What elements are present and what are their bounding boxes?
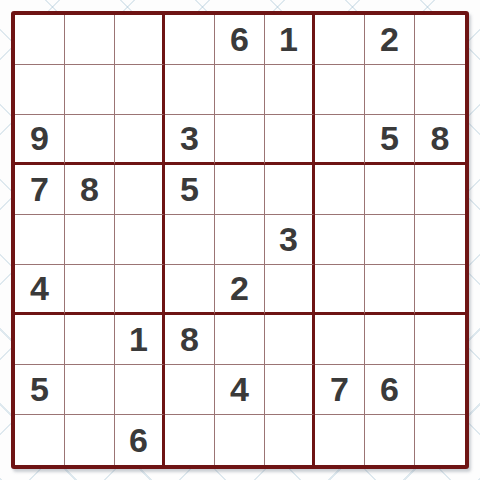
cell-r5c9[interactable] bbox=[415, 215, 465, 265]
cell-r8c8[interactable]: 6 bbox=[365, 365, 415, 415]
cell-r9c2[interactable] bbox=[65, 415, 115, 465]
cell-r6c6[interactable] bbox=[265, 265, 315, 315]
cell-r2c5[interactable] bbox=[215, 65, 265, 115]
cell-r2c9[interactable] bbox=[415, 65, 465, 115]
cell-r3c3[interactable] bbox=[115, 115, 165, 165]
cell-r7c7[interactable] bbox=[315, 315, 365, 365]
cell-r6c4[interactable] bbox=[165, 265, 215, 315]
cell-r8c5[interactable]: 4 bbox=[215, 365, 265, 415]
cell-r4c9[interactable] bbox=[415, 165, 465, 215]
cell-r3c1[interactable]: 9 bbox=[15, 115, 65, 165]
cell-r5c2[interactable] bbox=[65, 215, 115, 265]
cell-r1c2[interactable] bbox=[65, 15, 115, 65]
cell-r6c2[interactable] bbox=[65, 265, 115, 315]
cell-r1c5[interactable]: 6 bbox=[215, 15, 265, 65]
cell-r1c4[interactable] bbox=[165, 15, 215, 65]
cell-r1c1[interactable] bbox=[15, 15, 65, 65]
page: { "game": "sudoku", "position": "0000610… bbox=[0, 0, 480, 480]
cell-r9c6[interactable] bbox=[265, 415, 315, 465]
cell-r8c9[interactable] bbox=[415, 365, 465, 415]
cell-r5c7[interactable] bbox=[315, 215, 365, 265]
cell-r6c1[interactable]: 4 bbox=[15, 265, 65, 315]
cell-r7c9[interactable] bbox=[415, 315, 465, 365]
cell-r6c3[interactable] bbox=[115, 265, 165, 315]
cell-r5c5[interactable] bbox=[215, 215, 265, 265]
cell-r7c8[interactable] bbox=[365, 315, 415, 365]
cell-r1c6[interactable]: 1 bbox=[265, 15, 315, 65]
cell-r2c2[interactable] bbox=[65, 65, 115, 115]
cell-r3c7[interactable] bbox=[315, 115, 365, 165]
cell-r2c7[interactable] bbox=[315, 65, 365, 115]
cell-r2c1[interactable] bbox=[15, 65, 65, 115]
cell-r3c4[interactable]: 3 bbox=[165, 115, 215, 165]
cell-r3c8[interactable]: 5 bbox=[365, 115, 415, 165]
cell-r7c4[interactable]: 8 bbox=[165, 315, 215, 365]
cell-r4c7[interactable] bbox=[315, 165, 365, 215]
cell-r3c5[interactable] bbox=[215, 115, 265, 165]
cell-r9c9[interactable] bbox=[415, 415, 465, 465]
cell-r2c6[interactable] bbox=[265, 65, 315, 115]
cell-r9c7[interactable] bbox=[315, 415, 365, 465]
cell-r5c3[interactable] bbox=[115, 215, 165, 265]
cell-r4c5[interactable] bbox=[215, 165, 265, 215]
cell-r2c3[interactable] bbox=[115, 65, 165, 115]
cell-r1c9[interactable] bbox=[415, 15, 465, 65]
cell-r8c4[interactable] bbox=[165, 365, 215, 415]
cell-r3c6[interactable] bbox=[265, 115, 315, 165]
cell-r7c3[interactable]: 1 bbox=[115, 315, 165, 365]
cell-r9c4[interactable] bbox=[165, 415, 215, 465]
cell-r1c7[interactable] bbox=[315, 15, 365, 65]
cell-r8c1[interactable]: 5 bbox=[15, 365, 65, 415]
cell-r4c6[interactable] bbox=[265, 165, 315, 215]
cell-r4c2[interactable]: 8 bbox=[65, 165, 115, 215]
cell-r9c1[interactable] bbox=[15, 415, 65, 465]
cell-r1c3[interactable] bbox=[115, 15, 165, 65]
cell-r1c8[interactable]: 2 bbox=[365, 15, 415, 65]
cell-r6c5[interactable]: 2 bbox=[215, 265, 265, 315]
cell-r4c8[interactable] bbox=[365, 165, 415, 215]
cell-r8c7[interactable]: 7 bbox=[315, 365, 365, 415]
cell-r8c2[interactable] bbox=[65, 365, 115, 415]
cell-r4c1[interactable]: 7 bbox=[15, 165, 65, 215]
cell-r3c2[interactable] bbox=[65, 115, 115, 165]
cell-r4c3[interactable] bbox=[115, 165, 165, 215]
cell-r8c3[interactable] bbox=[115, 365, 165, 415]
cell-r9c3[interactable]: 6 bbox=[115, 415, 165, 465]
cell-r5c1[interactable] bbox=[15, 215, 65, 265]
cell-r4c4[interactable]: 5 bbox=[165, 165, 215, 215]
cell-r6c8[interactable] bbox=[365, 265, 415, 315]
cell-r6c9[interactable] bbox=[415, 265, 465, 315]
cell-r6c7[interactable] bbox=[315, 265, 365, 315]
cell-r2c4[interactable] bbox=[165, 65, 215, 115]
cell-r7c5[interactable] bbox=[215, 315, 265, 365]
cell-r2c8[interactable] bbox=[365, 65, 415, 115]
cell-r5c6[interactable]: 3 bbox=[265, 215, 315, 265]
cell-r9c8[interactable] bbox=[365, 415, 415, 465]
cell-r8c6[interactable] bbox=[265, 365, 315, 415]
cell-r7c1[interactable] bbox=[15, 315, 65, 365]
cell-r7c2[interactable] bbox=[65, 315, 115, 365]
cell-r9c5[interactable] bbox=[215, 415, 265, 465]
cell-r3c9[interactable]: 8 bbox=[415, 115, 465, 165]
cell-r5c8[interactable] bbox=[365, 215, 415, 265]
sudoku-board: 61293587853421854766 bbox=[11, 11, 469, 469]
cell-r5c4[interactable] bbox=[165, 215, 215, 265]
cell-r7c6[interactable] bbox=[265, 315, 315, 365]
